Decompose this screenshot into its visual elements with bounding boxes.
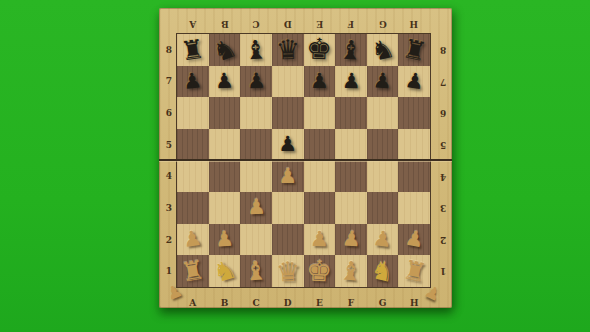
square-d2[interactable] (272, 224, 304, 256)
file-label-bottom-e: E (304, 295, 336, 311)
square-g3[interactable] (367, 192, 399, 224)
square-f6[interactable] (335, 97, 367, 129)
square-a8[interactable]: ♜ (177, 34, 209, 66)
square-a1[interactable]: ♜ (177, 255, 209, 287)
rank-label-right-6: 6 (435, 97, 451, 129)
rank-label-left-3: 3 (161, 192, 177, 224)
file-label-bottom-b: B (209, 295, 241, 311)
file-label-top-b: B (209, 16, 241, 32)
square-e3[interactable] (304, 192, 336, 224)
black-rook-a8[interactable]: ♜ (179, 35, 206, 64)
file-label-bottom-f: F (335, 295, 367, 311)
square-c8[interactable]: ♝ (240, 34, 272, 66)
white-pawn-g2[interactable]: ♟ (372, 228, 393, 251)
file-label-bottom-g: G (367, 295, 399, 311)
square-d6[interactable] (272, 97, 304, 129)
black-pawn-f7[interactable]: ♟ (341, 71, 361, 93)
file-label-top-f: F (335, 16, 367, 32)
white-rook-h1[interactable]: ♜ (400, 256, 428, 286)
square-f3[interactable] (335, 192, 367, 224)
square-h7[interactable]: ♟ (398, 66, 430, 98)
square-a7[interactable]: ♟ (177, 66, 209, 98)
rank-label-right-2: 2 (435, 224, 451, 256)
rank-label-right-7: 7 (435, 66, 451, 98)
square-c5[interactable] (240, 129, 272, 161)
rank-label-left-2: 2 (161, 224, 177, 256)
file-label-bottom-d: D (272, 295, 304, 311)
square-a3[interactable] (177, 192, 209, 224)
square-g6[interactable] (367, 97, 399, 129)
square-f8[interactable]: ♝ (335, 34, 367, 66)
file-label-top-d: D (272, 16, 304, 32)
square-b7[interactable]: ♟ (209, 66, 241, 98)
white-king-e1[interactable]: ♚ (306, 256, 333, 286)
square-c1[interactable]: ♝ (240, 255, 272, 287)
white-knight-g1[interactable]: ♞ (368, 256, 397, 287)
square-h6[interactable] (398, 97, 430, 129)
file-label-top-h: H (398, 16, 430, 32)
square-c7[interactable]: ♟ (240, 66, 272, 98)
square-g8[interactable]: ♞ (367, 34, 399, 66)
black-king-e8[interactable]: ♚ (306, 35, 333, 65)
chess-board: ABCDEFGH ABCDEFGH 87654321 87654321 ♜♞♝♛… (159, 8, 452, 308)
square-g7[interactable]: ♟ (367, 66, 399, 98)
square-b1[interactable]: ♞ (209, 255, 241, 287)
square-c6[interactable] (240, 97, 272, 129)
file-label-top-c: C (240, 16, 272, 32)
square-e5[interactable] (304, 129, 336, 161)
square-d5[interactable]: ♟ (272, 129, 304, 161)
black-knight-b8[interactable]: ♞ (209, 34, 240, 66)
square-a2[interactable]: ♟ (177, 224, 209, 256)
file-label-bottom-c: C (240, 295, 272, 311)
square-g4[interactable] (367, 161, 399, 193)
white-pawn-c3[interactable]: ♟ (246, 197, 266, 219)
black-rook-h8[interactable]: ♜ (400, 35, 428, 65)
black-queen-d8[interactable]: ♛ (275, 36, 300, 64)
white-pawn-b2[interactable]: ♟ (214, 228, 234, 250)
square-d3[interactable] (272, 192, 304, 224)
square-b2[interactable]: ♟ (209, 224, 241, 256)
square-b6[interactable] (209, 97, 241, 129)
square-g5[interactable] (367, 129, 399, 161)
square-a6[interactable] (177, 97, 209, 129)
square-f2[interactable]: ♟ (335, 224, 367, 256)
square-a5[interactable] (177, 129, 209, 161)
black-knight-g8[interactable]: ♞ (368, 34, 397, 65)
rank-label-right-8: 8 (435, 34, 451, 66)
black-pawn-a7[interactable]: ♟ (182, 70, 203, 93)
square-e7[interactable]: ♟ (304, 66, 336, 98)
square-f1[interactable]: ♝ (335, 255, 367, 287)
white-bishop-c1[interactable]: ♝ (244, 257, 269, 285)
white-queen-d1[interactable]: ♛ (275, 257, 300, 285)
file-label-top-e: E (304, 16, 336, 32)
rank-labels-left: 87654321 (161, 34, 177, 287)
square-c2[interactable] (240, 224, 272, 256)
white-knight-b1[interactable]: ♞ (210, 255, 240, 286)
square-e6[interactable] (304, 97, 336, 129)
rank-label-left-8: 8 (161, 34, 177, 66)
square-h1[interactable]: ♜ (398, 255, 430, 287)
square-c4[interactable] (240, 161, 272, 193)
square-h3[interactable] (398, 192, 430, 224)
black-pawn-h7[interactable]: ♟ (403, 70, 425, 93)
black-pawn-e7[interactable]: ♟ (310, 71, 329, 92)
square-d4[interactable]: ♟ (272, 161, 304, 193)
square-b5[interactable] (209, 129, 241, 161)
board-grid: ♜♞♝♛♚♝♞♜♟♟♟♟♟♟♟♟♟♟♟♟♟♟♟♟♜♞♝♛♚♝♞♜ (177, 34, 430, 287)
square-b3[interactable] (209, 192, 241, 224)
white-bishop-f1[interactable]: ♝ (338, 257, 363, 285)
square-a4[interactable] (177, 161, 209, 193)
square-f5[interactable] (335, 129, 367, 161)
file-labels-top: ABCDEFGH (177, 16, 430, 32)
file-label-top-a: A (177, 16, 209, 32)
rank-labels-right: 87654321 (435, 34, 451, 287)
white-pawn-h2[interactable]: ♟ (403, 228, 425, 252)
square-h8[interactable]: ♜ (398, 34, 430, 66)
white-pawn-d4[interactable]: ♟ (278, 166, 297, 187)
file-labels-bottom: ABCDEFGH (177, 295, 430, 311)
rank-label-left-7: 7 (161, 66, 177, 98)
rank-label-right-4: 4 (435, 161, 451, 193)
white-pawn-e2[interactable]: ♟ (310, 229, 330, 251)
rank-label-right-3: 3 (435, 192, 451, 224)
white-pawn-a2[interactable]: ♟ (182, 228, 204, 251)
black-bishop-f8[interactable]: ♝ (338, 36, 363, 64)
rank-label-left-4: 4 (161, 161, 177, 193)
white-pawn-f2[interactable]: ♟ (341, 228, 361, 250)
chroma-background: ABCDEFGH ABCDEFGH 87654321 87654321 ♜♞♝♛… (0, 0, 590, 332)
white-rook-a1[interactable]: ♜ (179, 256, 206, 286)
square-e2[interactable]: ♟ (304, 224, 336, 256)
square-e1[interactable]: ♚ (304, 255, 336, 287)
rank-label-right-5: 5 (435, 129, 451, 161)
square-h4[interactable] (398, 161, 430, 193)
square-h2[interactable]: ♟ (398, 224, 430, 256)
black-pawn-g7[interactable]: ♟ (372, 70, 392, 92)
black-bishop-c8[interactable]: ♝ (244, 36, 269, 64)
square-d8[interactable]: ♛ (272, 34, 304, 66)
black-pawn-b7[interactable]: ♟ (214, 70, 234, 92)
square-g2[interactable]: ♟ (367, 224, 399, 256)
square-b8[interactable]: ♞ (209, 34, 241, 66)
square-f7[interactable]: ♟ (335, 66, 367, 98)
rank-label-left-5: 5 (161, 129, 177, 161)
square-d1[interactable]: ♛ (272, 255, 304, 287)
square-h5[interactable] (398, 129, 430, 161)
square-e4[interactable] (304, 161, 336, 193)
square-b4[interactable] (209, 161, 241, 193)
square-d7[interactable] (272, 66, 304, 98)
black-pawn-d5[interactable]: ♟ (278, 134, 297, 155)
square-g1[interactable]: ♞ (367, 255, 399, 287)
rank-label-left-6: 6 (161, 97, 177, 129)
file-label-top-g: G (367, 16, 399, 32)
rank-label-right-1: 1 (435, 255, 451, 287)
black-pawn-c7[interactable]: ♟ (246, 71, 266, 93)
square-c3[interactable]: ♟ (240, 192, 272, 224)
square-f4[interactable] (335, 161, 367, 193)
square-e8[interactable]: ♚ (304, 34, 336, 66)
